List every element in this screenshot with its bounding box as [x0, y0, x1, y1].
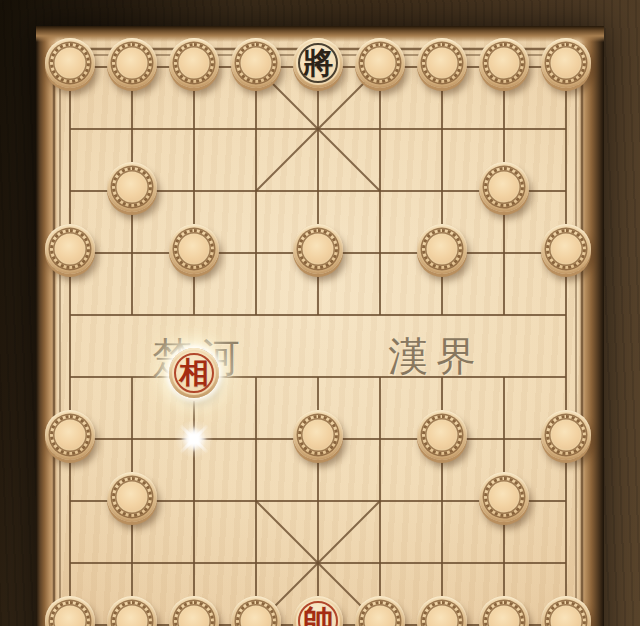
board-grid-lines: [0, 0, 640, 626]
hidden-piece-i0[interactable]: [541, 38, 591, 88]
xiangqi-board[interactable]: 楚河 漢界 將相帥: [36, 26, 604, 626]
hidden-piece-ornament-ring: [50, 415, 90, 455]
hidden-piece-ornament-ring: [236, 43, 276, 83]
hidden-piece-ornament-ring: [360, 601, 400, 626]
hidden-piece-ornament-ring: [298, 415, 338, 455]
hidden-piece-ornament-ring: [112, 477, 152, 517]
hidden-piece-ornament-ring: [484, 601, 524, 626]
piece-character: 將: [293, 38, 343, 88]
hidden-piece-h2[interactable]: [479, 162, 529, 212]
hidden-piece-i3[interactable]: [541, 224, 591, 274]
hidden-piece-ornament-ring: [236, 601, 276, 626]
hidden-piece-ornament-ring: [546, 43, 586, 83]
hidden-piece-ornament-ring: [50, 43, 90, 83]
hidden-piece-ornament-ring: [546, 229, 586, 269]
piece-character: 相: [169, 348, 219, 398]
hidden-piece-ornament-ring: [174, 601, 214, 626]
hidden-piece-ornament-ring: [422, 415, 462, 455]
hidden-piece-ornament-ring: [50, 229, 90, 269]
black-general-piece[interactable]: 將: [293, 38, 343, 88]
hidden-piece-ornament-ring: [484, 477, 524, 517]
hidden-piece-ornament-ring: [484, 43, 524, 83]
hidden-piece-ornament-ring: [112, 43, 152, 83]
game-screen: 楚河 漢界 將相帥: [0, 0, 640, 626]
hidden-piece-ornament-ring: [360, 43, 400, 83]
hidden-piece-ornament-ring: [422, 43, 462, 83]
hidden-piece-e3[interactable]: [293, 224, 343, 274]
hidden-piece-ornament-ring: [112, 601, 152, 626]
hidden-piece-h0[interactable]: [479, 38, 529, 88]
hidden-piece-c0[interactable]: [169, 38, 219, 88]
hidden-piece-ornament-ring: [546, 415, 586, 455]
hidden-piece-ornament-ring: [298, 229, 338, 269]
hidden-piece-a0[interactable]: [45, 38, 95, 88]
hidden-piece-d0[interactable]: [231, 38, 281, 88]
hidden-piece-b7[interactable]: [107, 472, 157, 522]
hidden-piece-g3[interactable]: [417, 224, 467, 274]
hidden-piece-b2[interactable]: [107, 162, 157, 212]
hidden-piece-e6[interactable]: [293, 410, 343, 460]
hidden-piece-ornament-ring: [50, 601, 90, 626]
hidden-piece-ornament-ring: [422, 229, 462, 269]
hidden-piece-ornament-ring: [174, 43, 214, 83]
hidden-piece-ornament-ring: [546, 601, 586, 626]
revealed-red-elephant-piece[interactable]: 相: [169, 348, 219, 398]
hidden-piece-ornament-ring: [422, 601, 462, 626]
red-general-piece[interactable]: 帥: [293, 596, 343, 626]
hidden-piece-b0[interactable]: [107, 38, 157, 88]
hidden-piece-ornament-ring: [112, 167, 152, 207]
hidden-piece-g0[interactable]: [417, 38, 467, 88]
hidden-piece-f0[interactable]: [355, 38, 405, 88]
hidden-piece-ornament-ring: [484, 167, 524, 207]
hidden-piece-h7[interactable]: [479, 472, 529, 522]
hidden-piece-ornament-ring: [174, 229, 214, 269]
piece-character: 帥: [293, 596, 343, 626]
hidden-piece-i6[interactable]: [541, 410, 591, 460]
hidden-piece-g6[interactable]: [417, 410, 467, 460]
hidden-piece-c3[interactable]: [169, 224, 219, 274]
hidden-piece-a6[interactable]: [45, 410, 95, 460]
hidden-piece-a3[interactable]: [45, 224, 95, 274]
river-label-hanjie: 漢界: [388, 329, 484, 384]
